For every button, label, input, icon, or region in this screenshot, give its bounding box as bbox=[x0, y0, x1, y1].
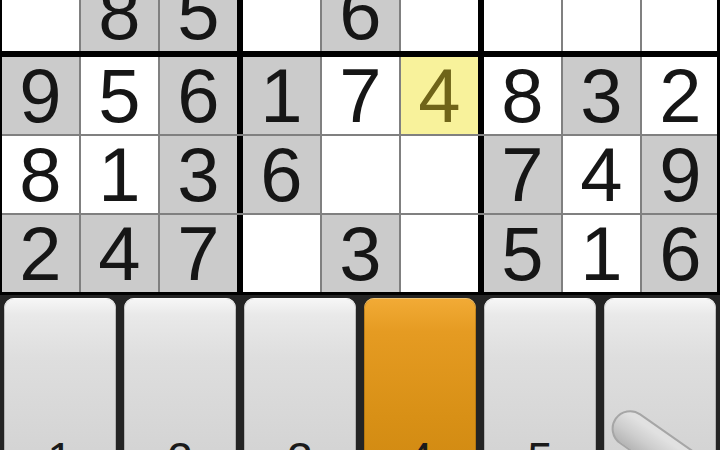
cell-r1c6[interactable]: 8 bbox=[484, 57, 561, 134]
cell-r1c8[interactable]: 2 bbox=[642, 57, 719, 134]
cell-r1c5[interactable]: 4 bbox=[401, 57, 478, 134]
cell-r0c7[interactable] bbox=[563, 0, 640, 51]
cell-digit: 7 bbox=[177, 216, 219, 292]
cell-r0c6[interactable] bbox=[484, 0, 561, 51]
cell-digit: 3 bbox=[580, 58, 622, 134]
cell-r3c0[interactable]: 2 bbox=[2, 215, 79, 292]
cell-r1c1[interactable]: 5 bbox=[81, 57, 158, 134]
cell-r2c8[interactable]: 9 bbox=[642, 136, 719, 213]
cell-r0c3[interactable] bbox=[243, 0, 320, 51]
cell-r3c6[interactable]: 5 bbox=[484, 215, 561, 292]
cell-r2c1[interactable]: 1 bbox=[81, 136, 158, 213]
cell-r2c0[interactable]: 8 bbox=[2, 136, 79, 213]
cell-digit: 8 bbox=[98, 0, 140, 51]
key-3[interactable]: 3 bbox=[244, 298, 356, 450]
cell-r3c7[interactable]: 1 bbox=[563, 215, 640, 292]
cell-r2c2[interactable]: 3 bbox=[160, 136, 237, 213]
cell-digit: 5 bbox=[98, 58, 140, 134]
cell-digit: 8 bbox=[19, 137, 61, 213]
cell-r0c5[interactable] bbox=[401, 0, 478, 51]
cell-digit: 4 bbox=[418, 58, 460, 134]
cell-r1c3[interactable]: 1 bbox=[243, 57, 320, 134]
board-row-3: 2473516 bbox=[2, 215, 717, 295]
cell-digit: 4 bbox=[580, 137, 622, 213]
cell-digit: 8 bbox=[501, 58, 543, 134]
cell-r2c5[interactable] bbox=[401, 136, 478, 213]
number-pad: 12345 bbox=[0, 295, 720, 450]
cell-r3c3[interactable] bbox=[243, 215, 320, 292]
board-row-2: 8136749 bbox=[2, 136, 717, 215]
cell-r2c7[interactable]: 4 bbox=[563, 136, 640, 213]
cell-r2c6[interactable]: 7 bbox=[484, 136, 561, 213]
cell-r1c4[interactable]: 7 bbox=[322, 57, 399, 134]
cell-digit: 1 bbox=[580, 216, 622, 292]
key-5[interactable]: 5 bbox=[484, 298, 596, 450]
cell-r3c1[interactable]: 4 bbox=[81, 215, 158, 292]
cell-digit: 9 bbox=[19, 58, 61, 134]
cell-r3c5[interactable] bbox=[401, 215, 478, 292]
cell-r1c2[interactable]: 6 bbox=[160, 57, 237, 134]
cell-r0c8[interactable] bbox=[642, 0, 719, 51]
board-row-1: 956174832 bbox=[2, 57, 717, 136]
cell-r3c2[interactable]: 7 bbox=[160, 215, 237, 292]
key-label: 4 bbox=[364, 436, 476, 450]
cell-r1c0[interactable]: 9 bbox=[2, 57, 79, 134]
cell-r0c4[interactable]: 6 bbox=[322, 0, 399, 51]
pencil-icon bbox=[604, 403, 716, 450]
cell-r0c1[interactable]: 8 bbox=[81, 0, 158, 51]
cell-digit: 1 bbox=[260, 58, 302, 134]
key-4[interactable]: 4 bbox=[364, 298, 476, 450]
cell-digit: 9 bbox=[659, 137, 701, 213]
cell-digit: 5 bbox=[177, 0, 219, 51]
cell-r2c3[interactable]: 6 bbox=[243, 136, 320, 213]
cell-digit: 6 bbox=[177, 58, 219, 134]
sudoku-board: 85695617483281367492473516 bbox=[0, 0, 720, 295]
cell-r0c2[interactable]: 5 bbox=[160, 0, 237, 51]
cell-digit: 6 bbox=[659, 216, 701, 292]
pencil-key[interactable] bbox=[604, 298, 716, 450]
board-row-0: 856 bbox=[2, 0, 717, 57]
key-label: 1 bbox=[4, 436, 116, 450]
key-1[interactable]: 1 bbox=[4, 298, 116, 450]
cell-r3c4[interactable]: 3 bbox=[322, 215, 399, 292]
key-2[interactable]: 2 bbox=[124, 298, 236, 450]
cell-digit: 2 bbox=[659, 58, 701, 134]
cell-digit: 2 bbox=[19, 216, 61, 292]
cell-digit: 7 bbox=[339, 58, 381, 134]
key-label: 5 bbox=[484, 436, 596, 450]
cell-r3c8[interactable]: 6 bbox=[642, 215, 719, 292]
cell-r1c7[interactable]: 3 bbox=[563, 57, 640, 134]
cell-r0c0[interactable] bbox=[2, 0, 79, 51]
cell-digit: 4 bbox=[98, 216, 140, 292]
cell-digit: 3 bbox=[177, 137, 219, 213]
cell-r2c4[interactable] bbox=[322, 136, 399, 213]
cell-digit: 1 bbox=[98, 137, 140, 213]
cell-digit: 3 bbox=[339, 216, 381, 292]
cell-digit: 5 bbox=[501, 216, 543, 292]
cell-digit: 6 bbox=[339, 0, 381, 51]
key-label: 2 bbox=[124, 436, 236, 450]
key-label: 3 bbox=[244, 436, 356, 450]
cell-digit: 7 bbox=[501, 137, 543, 213]
cell-digit: 6 bbox=[260, 137, 302, 213]
